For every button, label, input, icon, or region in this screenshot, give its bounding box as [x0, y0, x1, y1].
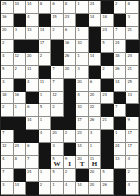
- cell-number: 25: [2, 1, 6, 6]
- cell-r7c11[interactable]: 25: [126, 79, 139, 92]
- black-cell-r14c7: [76, 169, 89, 182]
- cell-r2c9[interactable]: 18: [101, 14, 114, 27]
- cell-number: 5: [102, 169, 104, 174]
- cell-number: 17: [40, 40, 44, 45]
- cell-letter: W: [51, 160, 63, 168]
- black-cell-r12c9: [101, 143, 114, 156]
- cell-r9c8[interactable]: 22: [89, 104, 102, 117]
- cell-r11c11[interactable]: 17: [126, 130, 139, 143]
- cell-number: 25: [127, 79, 131, 84]
- cell-r2c3[interactable]: 4: [26, 14, 39, 27]
- cell-number: 24: [15, 143, 19, 148]
- cell-number: 6: [27, 143, 29, 148]
- cell-r14c3[interactable]: 24: [26, 169, 39, 182]
- black-cell-r2c2: [14, 14, 27, 27]
- cell-r15c6[interactable]: 4: [64, 182, 77, 195]
- black-cell-r8c6: [64, 92, 77, 105]
- cell-number: 7: [52, 66, 54, 71]
- cell-r5c11[interactable]: 24: [126, 53, 139, 66]
- black-cell-r9c9: [101, 104, 114, 117]
- cell-number: 22: [90, 104, 94, 109]
- cell-number: 24: [90, 1, 94, 6]
- cell-number: 2: [2, 40, 4, 45]
- cell-number: 1: [90, 143, 92, 148]
- cell-number: 4: [27, 14, 29, 19]
- cell-number: 1: [52, 182, 54, 187]
- cell-number: 14: [27, 117, 31, 122]
- cell-number: 7: [115, 104, 117, 109]
- cell-number: 4: [40, 130, 42, 135]
- cell-r9c7[interactable]: 10: [76, 104, 89, 117]
- black-cell-r14c2: [14, 169, 27, 182]
- cell-r10c8[interactable]: 26: [89, 117, 102, 130]
- cell-r7c8[interactable]: 6: [89, 79, 102, 92]
- cell-r11c5[interactable]: 20: [51, 130, 64, 143]
- cell-number: 4: [127, 182, 129, 187]
- cell-number: 26: [90, 117, 94, 122]
- cell-r5c7[interactable]: 1: [76, 53, 89, 66]
- cell-r7c10[interactable]: 14: [114, 79, 127, 92]
- cell-r3c11[interactable]: 21: [126, 27, 139, 40]
- cell-number: 4: [77, 92, 79, 97]
- cell-r13c8[interactable]: 11H: [89, 156, 102, 169]
- black-cell-r7c2: [14, 79, 27, 92]
- cell-r9c2[interactable]: 1: [14, 104, 27, 117]
- cell-r14c1[interactable]: 7: [1, 169, 14, 182]
- cell-number: 20: [27, 53, 31, 58]
- cell-number: 14: [77, 182, 81, 187]
- cell-r5c6[interactable]: 26: [64, 53, 77, 66]
- cell-number: 1: [15, 104, 17, 109]
- cell-r13c3[interactable]: 7: [26, 156, 39, 169]
- cell-number: 5: [2, 66, 4, 71]
- cell-r1c11[interactable]: 8: [126, 1, 139, 14]
- cell-r2c5[interactable]: 15: [51, 14, 64, 27]
- cell-number: 20: [90, 92, 94, 97]
- cell-r8c5[interactable]: 12: [51, 92, 64, 105]
- cell-r1c8[interactable]: 24: [89, 1, 102, 14]
- cell-number: 2: [65, 130, 67, 135]
- cell-number: 24: [115, 143, 119, 148]
- cell-r6c2[interactable]: 2: [14, 66, 27, 79]
- black-cell-r9c6: [64, 104, 77, 117]
- cell-r4c9[interactable]: 5: [101, 40, 114, 53]
- cell-r12c11[interactable]: 17: [126, 143, 139, 156]
- cell-number: 1: [40, 117, 42, 122]
- cell-r3c2[interactable]: 3: [14, 27, 27, 40]
- cell-number: 7: [27, 156, 29, 161]
- cell-letter: I: [64, 160, 76, 168]
- cell-r3c10[interactable]: 7: [114, 27, 127, 40]
- cell-r8c2[interactable]: 16: [14, 92, 27, 105]
- cell-r5c1[interactable]: 4: [1, 53, 14, 66]
- cell-number: 12: [52, 92, 56, 97]
- cell-r15c2[interactable]: 14: [14, 182, 27, 195]
- cell-r14c4[interactable]: 1: [39, 169, 52, 182]
- cell-number: 4: [2, 156, 4, 161]
- cell-r4c4[interactable]: 17: [39, 40, 52, 53]
- cell-number: 21: [127, 66, 131, 71]
- black-cell-r4c11: [126, 40, 139, 53]
- black-cell-r6c8: [89, 66, 102, 79]
- cell-number: 24: [102, 92, 106, 97]
- cell-number: 1: [77, 53, 79, 58]
- black-cell-r10c1: [1, 117, 14, 130]
- cell-number: 21: [127, 27, 131, 32]
- codeword-puzzle: 2510148681242816415231418320313142612472…: [0, 0, 140, 196]
- cell-number: 10: [77, 104, 81, 109]
- cell-number: 3: [2, 182, 4, 187]
- cell-number: 26: [102, 182, 106, 187]
- cell-r12c1[interactable]: 12: [1, 143, 14, 156]
- cell-r9c4[interactable]: 5: [39, 104, 52, 117]
- cell-number: 5: [40, 104, 42, 109]
- black-cell-r7c6: [64, 79, 77, 92]
- cell-r7c3[interactable]: 4: [26, 79, 39, 92]
- cell-number: 14: [115, 79, 119, 84]
- cell-number: 7: [52, 79, 54, 84]
- cell-number: 10: [15, 1, 19, 6]
- cell-number: 24: [27, 169, 31, 174]
- black-cell-r7c9: [101, 79, 114, 92]
- cell-r1c5[interactable]: 6: [51, 1, 64, 14]
- cell-r12c3[interactable]: 6: [26, 143, 39, 156]
- cell-number: 20: [90, 169, 94, 174]
- cell-r8c7[interactable]: 4: [76, 92, 89, 105]
- cell-number: 14: [77, 143, 81, 148]
- cell-r7c1[interactable]: 3: [1, 79, 14, 92]
- cell-r12c2[interactable]: 24: [14, 143, 27, 156]
- cell-r5c8[interactable]: 14: [89, 53, 102, 66]
- cell-r13c10[interactable]: 13: [114, 156, 127, 169]
- cell-r10c9[interactable]: 21: [101, 117, 114, 130]
- cell-number: 3: [2, 79, 4, 84]
- cell-number: 20: [65, 66, 69, 71]
- black-cell-r8c3: [26, 92, 39, 105]
- cell-number: 14: [40, 27, 44, 32]
- cell-r10c4[interactable]: 1: [39, 117, 52, 130]
- cell-number: 23: [77, 130, 81, 135]
- black-cell-r2c7: [76, 14, 89, 27]
- black-cell-r10c5: [51, 117, 64, 130]
- cell-number: 17: [127, 143, 131, 148]
- cell-number: 8: [40, 1, 42, 6]
- cell-number: 16: [2, 14, 6, 19]
- cell-r3c6[interactable]: 6: [64, 27, 77, 40]
- cell-number: 13: [115, 156, 119, 161]
- cell-number: 2: [40, 53, 42, 58]
- cell-number: 7: [2, 169, 4, 174]
- black-cell-r5c5: [51, 53, 64, 66]
- cell-number: 17: [77, 117, 81, 122]
- cell-number: 2: [115, 1, 117, 6]
- cell-r6c3[interactable]: 11: [26, 66, 39, 79]
- cell-number: 9: [127, 117, 129, 122]
- cell-r15c9[interactable]: 26: [101, 182, 114, 195]
- black-cell-r11c2: [14, 130, 27, 143]
- cell-number: 2: [127, 169, 129, 174]
- cell-number: 13: [127, 92, 131, 97]
- cell-number: 16: [15, 92, 19, 97]
- cell-r15c1[interactable]: 3: [1, 182, 14, 195]
- black-cell-r3c8: [89, 27, 102, 40]
- cell-number: 16: [65, 40, 69, 45]
- black-cell-r14c10: [114, 169, 127, 182]
- cell-number: 14: [90, 53, 94, 58]
- cell-r3c1[interactable]: 20: [1, 27, 14, 40]
- cell-r14c11[interactable]: 2: [126, 169, 139, 182]
- cell-number: 4: [65, 182, 67, 187]
- cell-r3c5[interactable]: 2: [51, 27, 64, 40]
- cell-number: 2: [52, 27, 54, 32]
- cell-r10c7[interactable]: 17: [76, 117, 89, 130]
- cell-number: 15: [52, 14, 56, 19]
- cell-r4c7[interactable]: 10: [76, 40, 89, 53]
- cell-number: 12: [15, 53, 19, 58]
- cell-r12c7[interactable]: 14: [76, 143, 89, 156]
- cell-number: 6: [52, 1, 54, 6]
- cell-number: 20: [52, 130, 56, 135]
- cell-number: 2: [52, 104, 54, 109]
- cell-r8c8[interactable]: 20: [89, 92, 102, 105]
- cell-r11c6[interactable]: 2: [64, 130, 77, 143]
- black-cell-r4c5: [51, 40, 64, 53]
- black-cell-r8c10: [114, 92, 127, 105]
- cell-r1c7[interactable]: 1: [76, 1, 89, 14]
- cell-number: 12: [2, 143, 6, 148]
- cell-number: 1: [40, 169, 42, 174]
- cell-number: 2: [65, 169, 67, 174]
- cell-r15c11[interactable]: 4: [126, 182, 139, 195]
- cell-r1c4[interactable]: 8: [39, 1, 52, 14]
- cell-r15c5[interactable]: 1: [51, 182, 64, 195]
- cell-r9c10[interactable]: 7: [114, 104, 127, 117]
- black-cell-r13c4: [39, 156, 52, 169]
- cell-number: 7: [2, 130, 4, 135]
- cell-number: 6: [90, 79, 92, 84]
- black-cell-r6c4: [39, 66, 52, 79]
- cell-number: 1: [115, 130, 117, 135]
- cell-number: 3: [15, 27, 17, 32]
- cell-number: 14: [27, 1, 31, 6]
- cell-r13c11[interactable]: 4: [126, 156, 139, 169]
- cell-number: 1: [77, 27, 79, 32]
- cell-number: 24: [102, 27, 106, 32]
- cell-r12c8[interactable]: 1: [89, 143, 102, 156]
- black-cell-r11c9: [101, 130, 114, 143]
- black-cell-r10c10: [114, 117, 127, 130]
- cell-r6c7[interactable]: 3: [76, 66, 89, 79]
- cell-r1c1[interactable]: 25: [1, 1, 14, 14]
- black-cell-r1c9: [101, 1, 114, 14]
- cell-number: 1: [77, 1, 79, 6]
- cell-r12c10[interactable]: 24: [114, 143, 127, 156]
- cell-number: 13: [27, 27, 31, 32]
- cell-letter: T: [76, 160, 88, 168]
- cell-r6c11[interactable]: 21: [126, 66, 139, 79]
- cell-r4c10[interactable]: 24: [114, 40, 127, 53]
- cell-r10c11[interactable]: 9: [126, 117, 139, 130]
- cell-number: 8: [15, 156, 17, 161]
- cell-number: 3: [127, 14, 129, 19]
- cell-r8c1[interactable]: 18: [1, 92, 14, 105]
- black-cell-r4c8: [89, 40, 102, 53]
- cell-number: 20: [77, 79, 81, 84]
- black-cell-r15c10: [114, 182, 127, 195]
- cell-r6c9[interactable]: 2: [101, 66, 114, 79]
- cell-r1c10[interactable]: 2: [114, 1, 127, 14]
- cell-number: 20: [2, 27, 6, 32]
- cell-number: 14: [15, 182, 19, 187]
- cell-number: 8: [127, 1, 129, 6]
- cell-r4c6[interactable]: 16: [64, 40, 77, 53]
- cell-r9c3[interactable]: 6: [26, 104, 39, 117]
- black-cell-r2c4: [39, 14, 52, 27]
- cell-number: 2: [40, 182, 42, 187]
- cell-number: 20: [90, 182, 94, 187]
- cell-r8c4[interactable]: 1: [39, 92, 52, 105]
- cell-r11c10[interactable]: 1: [114, 130, 127, 143]
- cell-r13c7[interactable]: 20T: [76, 156, 89, 169]
- cell-number: 6: [27, 104, 29, 109]
- cell-r8c9[interactable]: 24: [101, 92, 114, 105]
- cell-r5c4[interactable]: 2: [39, 53, 52, 66]
- cell-r14c9[interactable]: 5: [101, 169, 114, 182]
- cell-r3c4[interactable]: 14: [39, 27, 52, 40]
- cell-number: 11: [27, 66, 31, 71]
- cell-r11c1[interactable]: 7: [1, 130, 14, 143]
- cell-r6c1[interactable]: 5: [1, 66, 14, 79]
- black-cell-r12c6: [64, 143, 77, 156]
- cell-r2c6[interactable]: 23: [64, 14, 77, 27]
- cell-number: 2: [2, 104, 4, 109]
- cell-number: 3: [77, 66, 79, 71]
- cell-number: 7: [115, 27, 117, 32]
- black-cell-r13c9: [101, 156, 114, 169]
- black-cell-r10c6: [64, 117, 77, 130]
- cell-r6c6[interactable]: 20: [64, 66, 77, 79]
- cell-number: 18: [115, 53, 119, 58]
- cell-r3c3[interactable]: 13: [26, 27, 39, 40]
- cell-r1c3[interactable]: 14: [26, 1, 39, 14]
- cell-number: 4: [27, 79, 29, 84]
- cell-r9c5[interactable]: 2: [51, 104, 64, 117]
- cell-r15c8[interactable]: 20: [89, 182, 102, 195]
- cell-r6c10[interactable]: 26: [114, 66, 127, 79]
- cell-number: 21: [102, 117, 106, 122]
- cell-r1c6[interactable]: 8: [64, 1, 77, 14]
- cell-number: 26: [65, 53, 69, 58]
- cell-r8c11[interactable]: 13: [126, 92, 139, 105]
- cell-r2c8[interactable]: 14: [89, 14, 102, 27]
- cell-r14c5[interactable]: 5: [51, 169, 64, 182]
- black-cell-r11c3: [26, 130, 39, 143]
- black-cell-r15c3: [26, 182, 39, 195]
- cell-number: 4: [2, 53, 4, 58]
- cell-number: 23: [65, 14, 69, 19]
- cell-number: 14: [90, 14, 94, 19]
- cell-r4c1[interactable]: 2: [1, 40, 14, 53]
- black-cell-r4c3: [26, 40, 39, 53]
- black-cell-r12c4: [39, 143, 52, 156]
- cell-number: 17: [127, 130, 131, 135]
- cell-number: 18: [2, 92, 6, 97]
- puzzle-grid: 2510148681242816415231418320313142612472…: [0, 0, 140, 196]
- cell-r1c2[interactable]: 10: [14, 1, 27, 14]
- cell-r5c2[interactable]: 12: [14, 53, 27, 66]
- cell-r3c9[interactable]: 24: [101, 27, 114, 40]
- cell-number: 3: [52, 143, 54, 148]
- cell-number: 18: [102, 14, 106, 19]
- cell-number: 8: [65, 1, 67, 6]
- cell-r12c5[interactable]: 3: [51, 143, 64, 156]
- cell-r15c7[interactable]: 14: [76, 182, 89, 195]
- cell-number: 5: [102, 40, 104, 45]
- cell-r9c1[interactable]: 2: [1, 104, 14, 117]
- cell-r6c5[interactable]: 7: [51, 66, 64, 79]
- cell-number: 24: [127, 53, 131, 58]
- cell-r3c7[interactable]: 1: [76, 27, 89, 40]
- black-cell-r10c2: [14, 117, 27, 130]
- cell-r14c8[interactable]: 20: [89, 169, 102, 182]
- cell-r5c10[interactable]: 18: [114, 53, 127, 66]
- cell-number: 4: [127, 156, 129, 161]
- cell-number: 24: [115, 40, 119, 45]
- cell-number: 3: [90, 130, 92, 135]
- cell-number: 10: [77, 40, 81, 45]
- cell-r2c11[interactable]: 3: [126, 14, 139, 27]
- cell-r14c6[interactable]: 2: [64, 169, 77, 182]
- cell-r13c6[interactable]: 9I: [64, 156, 77, 169]
- cell-r15c4[interactable]: 2: [39, 182, 52, 195]
- cell-r13c1[interactable]: 4: [1, 156, 14, 169]
- cell-r7c5[interactable]: 7: [51, 79, 64, 92]
- cell-r7c7[interactable]: 20: [76, 79, 89, 92]
- cell-number: 1: [40, 92, 42, 97]
- cell-number: 2: [102, 66, 104, 71]
- cell-r13c2[interactable]: 8: [14, 156, 27, 169]
- cell-letter: H: [89, 160, 101, 168]
- cell-number: 26: [115, 66, 119, 71]
- cell-r7c4[interactable]: 11: [39, 79, 52, 92]
- cell-number: 2: [15, 66, 17, 71]
- cell-r11c4[interactable]: 4: [39, 130, 52, 143]
- cell-number: 6: [65, 27, 67, 32]
- black-cell-r5c9: [101, 53, 114, 66]
- black-cell-r9c11: [126, 104, 139, 117]
- cell-r11c7[interactable]: 23: [76, 130, 89, 143]
- cell-r10c3[interactable]: 14: [26, 117, 39, 130]
- cell-r5c3[interactable]: 20: [26, 53, 39, 66]
- cell-r2c1[interactable]: 16: [1, 14, 14, 27]
- cell-number: 11: [40, 79, 44, 84]
- black-cell-r2c10: [114, 14, 127, 27]
- black-cell-r4c2: [14, 40, 27, 53]
- cell-r11c8[interactable]: 3: [89, 130, 102, 143]
- cell-r13c5[interactable]: 5W: [51, 156, 64, 169]
- cell-number: 5: [52, 169, 54, 174]
